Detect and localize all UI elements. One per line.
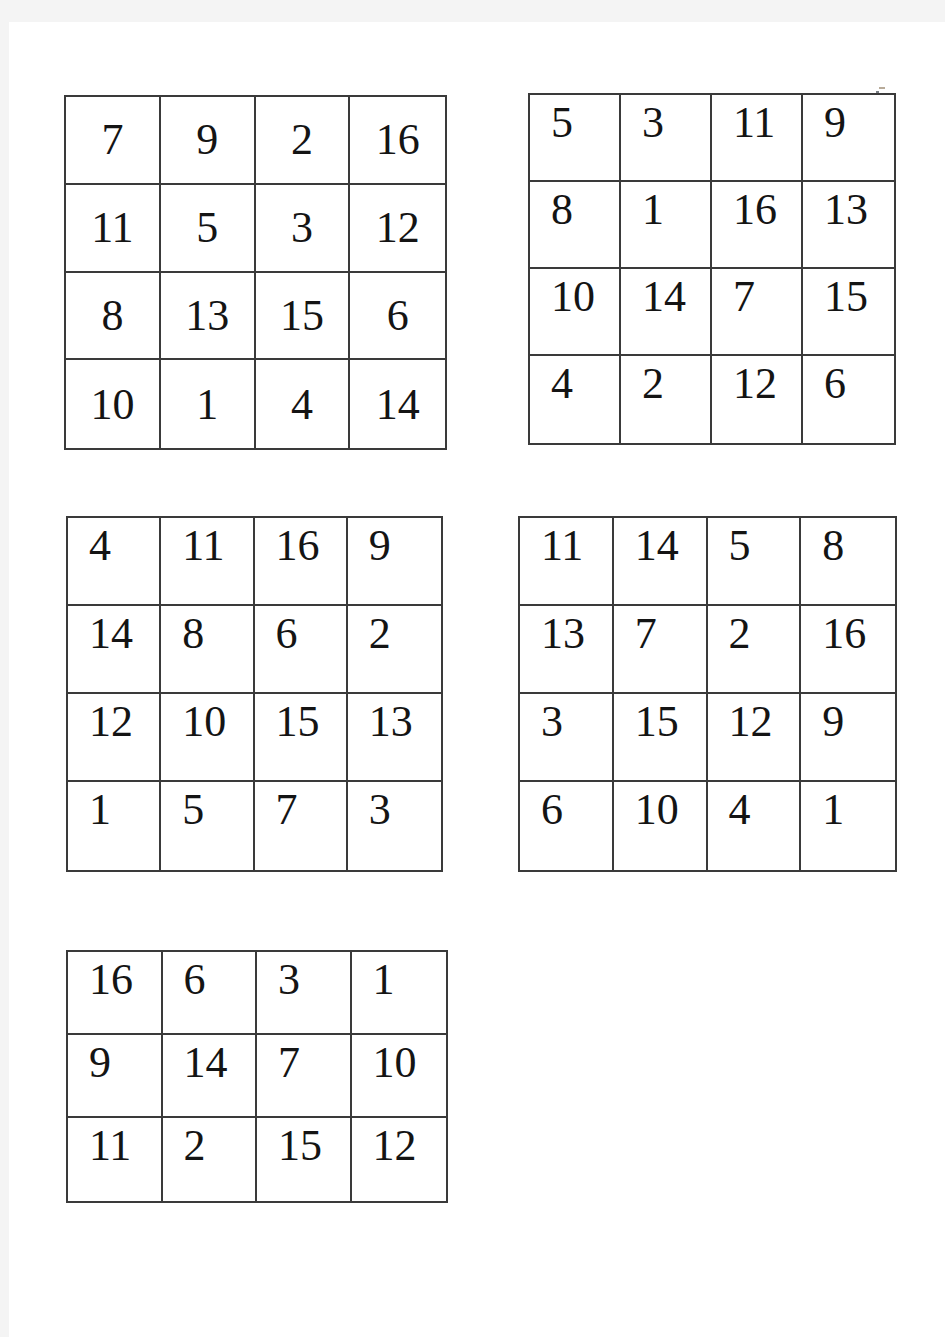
grid-4-cell-r2c3: 2: [708, 606, 802, 694]
grid-3-cell-r2c3: 6: [255, 606, 348, 694]
grid-5-cell-r1c4: 1: [352, 952, 447, 1035]
grid-3-cell-r3c1: 12: [68, 694, 161, 782]
grid-2-cell-r4c1: 4: [530, 356, 621, 443]
grid-2-cell-r1c1: 5: [530, 95, 621, 182]
grid-5-cell-r3c3: 15: [257, 1118, 352, 1201]
grid-5-cell-r1c3: 3: [257, 952, 352, 1035]
grid-3-cell-r4c4: 3: [348, 782, 441, 870]
grid-1-cell-r1c1: 7: [66, 97, 161, 185]
grid-1-cell-r2c4: 12: [350, 185, 445, 273]
grid-2-cell-r2c4: 13: [803, 182, 894, 269]
grid-5-cell-r2c2: 14: [163, 1035, 258, 1118]
grid-1-cell-r2c3: 3: [256, 185, 351, 273]
grid-2-cell-r3c4: 15: [803, 269, 894, 356]
grid-3-cell-r2c4: 2: [348, 606, 441, 694]
grid-2-cell-r1c4: 9: [803, 95, 894, 182]
grid-2-cell-r3c1: 10: [530, 269, 621, 356]
grid-1-cell-r1c3: 2: [256, 97, 351, 185]
grid-1-cell-r3c4: 6: [350, 273, 445, 361]
grid-3-cell-r3c2: 10: [161, 694, 254, 782]
grid-1-cell-r3c1: 8: [66, 273, 161, 361]
grid-2-cell-r2c2: 1: [621, 182, 712, 269]
grid-3-cell-r3c3: 15: [255, 694, 348, 782]
schulte-grid-1: 79216115312813156101414: [64, 95, 447, 450]
grid-2-cell-r3c3: 7: [712, 269, 803, 356]
grid-4-cell-r4c3: 4: [708, 782, 802, 870]
schulte-grid-5: 166319147101121512: [66, 950, 448, 1203]
schulte-grid-2: 53119811613101471542126: [528, 93, 896, 445]
grid-4-cell-r2c2: 7: [614, 606, 708, 694]
grid-3-cell-r4c1: 1: [68, 782, 161, 870]
grid-1-cell-r4c1: 10: [66, 360, 161, 448]
grid-1-cell-r1c4: 16: [350, 97, 445, 185]
grid-2-cell-r3c2: 14: [621, 269, 712, 356]
grid-5-cell-r2c4: 10: [352, 1035, 447, 1118]
grid-4-cell-r4c2: 10: [614, 782, 708, 870]
grid-3-cell-r2c2: 8: [161, 606, 254, 694]
grid-4-cell-r1c4: 8: [801, 518, 895, 606]
grid-1-cell-r3c3: 15: [256, 273, 351, 361]
schulte-grid-3: 41116914862121015131573: [66, 516, 443, 872]
grid-1-cell-r4c4: 14: [350, 360, 445, 448]
grid-1-cell-r2c1: 11: [66, 185, 161, 273]
schulte-grid-4: 11145813721631512961041: [518, 516, 897, 872]
grid-1-cell-r2c2: 5: [161, 185, 256, 273]
grid-3-cell-r1c4: 9: [348, 518, 441, 606]
grid-4-cell-r3c3: 12: [708, 694, 802, 782]
grid-2-cell-r4c3: 12: [712, 356, 803, 443]
grid-5-cell-r1c2: 6: [163, 952, 258, 1035]
grid-1-cell-r1c2: 9: [161, 97, 256, 185]
grid-4-cell-r1c1: 11: [520, 518, 614, 606]
grid-3-cell-r1c1: 4: [68, 518, 161, 606]
grid-1-cell-r3c2: 13: [161, 273, 256, 361]
grid-4-cell-r2c1: 13: [520, 606, 614, 694]
grid-2-cell-r2c3: 16: [712, 182, 803, 269]
grid-3-cell-r1c2: 11: [161, 518, 254, 606]
grid-3-cell-r1c3: 16: [255, 518, 348, 606]
grid-4-cell-r1c2: 14: [614, 518, 708, 606]
grid-4-cell-r3c4: 9: [801, 694, 895, 782]
grid-3-cell-r3c4: 13: [348, 694, 441, 782]
grid-4-cell-r3c1: 3: [520, 694, 614, 782]
smudge-speck-top: [879, 87, 885, 89]
grid-2-cell-r1c3: 11: [712, 95, 803, 182]
grid-3-cell-r4c3: 7: [255, 782, 348, 870]
grid-5-cell-r3c2: 2: [163, 1118, 258, 1201]
grid-4-cell-r3c2: 15: [614, 694, 708, 782]
grid-4-cell-r1c3: 5: [708, 518, 802, 606]
grid-5-cell-r3c4: 12: [352, 1118, 447, 1201]
grid-2-cell-r4c4: 6: [803, 356, 894, 443]
grid-2-cell-r4c2: 2: [621, 356, 712, 443]
grid-4-cell-r2c4: 16: [801, 606, 895, 694]
grid-5-cell-r3c1: 11: [68, 1118, 163, 1201]
grid-2-cell-r2c1: 8: [530, 182, 621, 269]
grid-4-cell-r4c4: 1: [801, 782, 895, 870]
worksheet-page: { "game": "schulte-table-number-grid-wor…: [0, 0, 945, 1337]
grid-5-cell-r1c1: 16: [68, 952, 163, 1035]
grid-1-cell-r4c2: 1: [161, 360, 256, 448]
grid-3-cell-r2c1: 14: [68, 606, 161, 694]
grid-5-cell-r2c1: 9: [68, 1035, 163, 1118]
grid-3-cell-r4c2: 5: [161, 782, 254, 870]
grid-5-cell-r2c3: 7: [257, 1035, 352, 1118]
grid-4-cell-r4c1: 6: [520, 782, 614, 870]
grid-2-cell-r1c2: 3: [621, 95, 712, 182]
grid-1-cell-r4c3: 4: [256, 360, 351, 448]
